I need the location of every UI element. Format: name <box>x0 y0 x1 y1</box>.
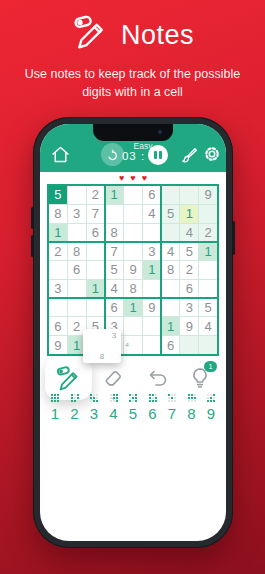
cell-r4c9[interactable]: 1 <box>199 242 217 260</box>
cell-r7c6[interactable]: 9 <box>143 299 161 317</box>
numpad-box-pattern <box>188 394 196 402</box>
numpad-box-pattern <box>110 394 118 402</box>
numpad-7[interactable]: 7 <box>164 394 180 422</box>
undo-button[interactable] <box>145 365 171 391</box>
cell-r2c4[interactable] <box>105 205 123 223</box>
feature-header: Notes <box>0 14 265 56</box>
cell-r3c2[interactable] <box>68 224 86 242</box>
number-pad: 123456789 <box>47 394 219 422</box>
cell-r6c5[interactable]: 8 <box>124 280 142 298</box>
cell-r1c8[interactable] <box>180 186 198 204</box>
cell-r8c6[interactable] <box>143 317 161 335</box>
cell-r2c2[interactable]: 3 <box>68 205 86 223</box>
numpad-2[interactable]: 2 <box>67 394 83 422</box>
heart-icon: ♥ <box>142 173 147 183</box>
numpad-box-pattern <box>168 394 176 402</box>
numpad-8[interactable]: 8 <box>184 394 200 422</box>
camera-dot <box>158 130 162 134</box>
cell-r9c5[interactable]: 4 <box>124 336 142 354</box>
cell-r7c1[interactable] <box>49 299 67 317</box>
cell-r5c2[interactable]: 6 <box>68 261 86 279</box>
cell-r1c4[interactable]: 1 <box>105 186 123 204</box>
cell-r5c8[interactable]: 2 <box>180 261 198 279</box>
numpad-box-pattern <box>51 394 59 402</box>
cell-r1c7[interactable] <box>162 186 180 204</box>
note-digit <box>84 330 96 341</box>
numpad-box-pattern <box>71 394 79 402</box>
phone-mockup: Easy 03 : 47 ♥♥♥ <box>33 117 233 548</box>
cell-r8c5[interactable] <box>124 317 142 335</box>
cell-r5c7[interactable]: 8 <box>162 261 180 279</box>
cell-r8c9[interactable]: 4 <box>199 317 217 335</box>
cell-r2c9[interactable] <box>199 205 217 223</box>
hint-count-badge: 1 <box>204 361 217 372</box>
box-line <box>49 241 217 243</box>
home-icon[interactable] <box>50 144 71 169</box>
cell-r9c8[interactable] <box>180 336 198 354</box>
phone-screen: Easy 03 : 47 ♥♥♥ <box>40 124 226 541</box>
cell-r4c8[interactable]: 5 <box>180 242 198 260</box>
cell-r9c7[interactable]: 6 <box>162 336 180 354</box>
gear-icon[interactable] <box>201 143 223 169</box>
note-digit <box>96 330 108 341</box>
cell-r3c4[interactable]: 8 <box>105 224 123 242</box>
note-digit: 3 <box>108 330 120 341</box>
cell-r8c8[interactable]: 9 <box>180 317 198 335</box>
cell-r2c7[interactable]: 5 <box>162 205 180 223</box>
cell-r5c3[interactable] <box>87 261 105 279</box>
cell-r3c1[interactable]: 1 <box>49 224 67 242</box>
cell-r4c7[interactable]: 4 <box>162 242 180 260</box>
cell-r7c9[interactable]: 5 <box>199 299 217 317</box>
note-digit <box>108 351 120 362</box>
numpad-digit-label: 6 <box>148 405 156 422</box>
cell-r7c5[interactable]: 1 <box>124 299 142 317</box>
cell-r1c2[interactable] <box>68 186 86 204</box>
cell-r9c6[interactable] <box>143 336 161 354</box>
note-digit <box>84 351 96 362</box>
note-digit <box>108 341 120 352</box>
cell-r7c8[interactable]: 3 <box>180 299 198 317</box>
hint-button[interactable]: 1 <box>187 365 213 391</box>
cell-r5c5[interactable]: 9 <box>124 261 142 279</box>
volume-down-button <box>31 235 34 257</box>
notes-pencil-icon <box>55 365 83 393</box>
pause-button[interactable] <box>148 145 168 165</box>
heart-icon: ♥ <box>119 173 124 183</box>
cell-r2c5[interactable] <box>124 205 142 223</box>
cell-r6c1[interactable]: 3 <box>49 280 67 298</box>
box-line <box>49 297 217 299</box>
cell-r4c4[interactable]: 7 <box>105 242 123 260</box>
cell-r5c4[interactable]: 5 <box>105 261 123 279</box>
cell-r8c1[interactable]: 6 <box>49 317 67 335</box>
numpad-digit-label: 4 <box>109 405 117 422</box>
cell-r1c6[interactable]: 6 <box>143 186 161 204</box>
numpad-4[interactable]: 4 <box>106 394 122 422</box>
cell-r6c8[interactable]: 6 <box>180 280 198 298</box>
cell-r3c8[interactable]: 4 <box>180 224 198 242</box>
cell-r2c3[interactable]: 7 <box>87 205 105 223</box>
cell-r2c1[interactable]: 8 <box>49 205 67 223</box>
cell-r1c5[interactable] <box>124 186 142 204</box>
heart-icon: ♥ <box>130 173 135 183</box>
cell-r7c4[interactable]: 6 <box>105 299 123 317</box>
cell-r6c9[interactable] <box>199 280 217 298</box>
cell-notes: 4 <box>124 336 142 354</box>
numpad-digit-label: 9 <box>207 405 215 422</box>
numpad-9[interactable]: 9 <box>203 394 219 422</box>
eraser-button[interactable] <box>100 365 126 391</box>
feature-title: Notes <box>121 20 194 51</box>
cell-r3c5[interactable] <box>124 224 142 242</box>
cell-r4c5[interactable] <box>124 242 142 260</box>
note-digit: 8 <box>96 351 108 362</box>
cell-r9c1[interactable]: 9 <box>49 336 67 354</box>
cell-r3c6[interactable] <box>143 224 161 242</box>
cell-r7c2[interactable] <box>68 299 86 317</box>
sudoku-board: 5216983745116842287345165918231486619356… <box>47 184 219 356</box>
cell-r6c6[interactable] <box>143 280 161 298</box>
cell-r5c6[interactable]: 1 <box>143 261 161 279</box>
cell-r7c7[interactable] <box>162 299 180 317</box>
cell-r6c3[interactable]: 1 <box>87 280 105 298</box>
cell-r6c4[interactable]: 4 <box>105 280 123 298</box>
numpad-1[interactable]: 1 <box>47 394 63 422</box>
cell-r3c3[interactable]: 6 <box>87 224 105 242</box>
cell-r9c9[interactable] <box>199 336 217 354</box>
brush-icon[interactable] <box>179 145 199 169</box>
numpad-digit-label: 1 <box>51 405 59 422</box>
app-store-screenshot: Notes Use notes to keep track of the pos… <box>0 0 265 574</box>
cell-r5c1[interactable] <box>49 261 67 279</box>
numpad-6[interactable]: 6 <box>145 394 161 422</box>
cell-r2c8[interactable]: 1 <box>180 205 198 223</box>
numpad-box-pattern <box>207 394 215 402</box>
numpad-digit-label: 8 <box>187 405 195 422</box>
numpad-digit-label: 5 <box>129 405 137 422</box>
cell-r1c9[interactable]: 9 <box>199 186 217 204</box>
cell-r4c2[interactable]: 8 <box>68 242 86 260</box>
notch <box>93 124 173 141</box>
cell-r5c9[interactable] <box>199 261 217 279</box>
lives-hearts: ♥♥♥ <box>40 173 226 183</box>
cell-r2c6[interactable]: 4 <box>143 205 161 223</box>
magnified-cell[interactable]: 38 <box>83 329 121 363</box>
numpad-5[interactable]: 5 <box>125 394 141 422</box>
cell-r7c3[interactable] <box>87 299 105 317</box>
note-digit <box>96 341 108 352</box>
numpad-box-pattern <box>129 394 137 402</box>
cell-r4c3[interactable] <box>87 242 105 260</box>
cell-r3c9[interactable]: 2 <box>199 224 217 242</box>
numpad-box-pattern <box>149 394 157 402</box>
notes-pencil-icon <box>71 14 111 56</box>
feature-subtitle: Use notes to keep track of the possible … <box>14 66 251 101</box>
numpad-digit-label: 3 <box>90 405 98 422</box>
power-button <box>232 221 235 255</box>
numpad-digit-label: 7 <box>168 405 176 422</box>
numpad-3[interactable]: 3 <box>86 394 102 422</box>
note-digit <box>84 341 96 352</box>
numpad-box-pattern <box>90 394 98 402</box>
cell-r1c1[interactable]: 5 <box>49 186 67 204</box>
cell-r3c7[interactable] <box>162 224 180 242</box>
cell-r6c7[interactable] <box>162 280 180 298</box>
volume-up-button <box>31 207 34 229</box>
cell-r4c6[interactable]: 3 <box>143 242 161 260</box>
cell-r1c3[interactable]: 2 <box>87 186 105 204</box>
cell-r8c7[interactable]: 1 <box>162 317 180 335</box>
numpad-digit-label: 2 <box>70 405 78 422</box>
cell-r6c2[interactable] <box>68 280 86 298</box>
box-line <box>160 186 162 354</box>
cell-r4c1[interactable]: 2 <box>49 242 67 260</box>
